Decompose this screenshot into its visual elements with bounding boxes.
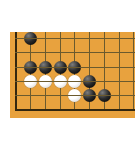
intersection-c2-r4[interactable] [23, 74, 38, 88]
intersection-c6-r4[interactable] [82, 74, 97, 88]
black-stone [83, 75, 96, 88]
intersection-c8-r1[interactable] [112, 32, 127, 46]
black-stone [24, 32, 37, 45]
intersection-c7-r2[interactable] [97, 46, 112, 60]
white-stone [68, 75, 81, 88]
white-stone [54, 75, 67, 88]
intersection-c8-r6[interactable] [112, 103, 127, 117]
intersection-c1-r1[interactable] [10, 32, 23, 46]
intersection-c4-r5[interactable] [53, 89, 68, 103]
intersection-c2-r5[interactable] [23, 89, 38, 103]
intersection-c1-r4[interactable] [10, 74, 23, 88]
intersection-c2-r3[interactable] [23, 60, 38, 74]
black-stone [24, 61, 37, 74]
intersection-c9-r3[interactable] [127, 60, 135, 74]
intersection-c7-r3[interactable] [97, 60, 112, 74]
intersection-c9-r5[interactable] [127, 89, 135, 103]
intersection-c3-r3[interactable] [38, 60, 53, 74]
intersection-c5-r1[interactable] [68, 32, 83, 46]
black-stone [83, 89, 96, 102]
black-stone [39, 61, 52, 74]
intersection-c3-r1[interactable] [38, 32, 53, 46]
intersection-c2-r6[interactable] [23, 103, 38, 117]
white-stone [24, 75, 37, 88]
intersection-c5-r4[interactable] [68, 74, 83, 88]
intersection-c5-r3[interactable] [68, 60, 83, 74]
intersection-c5-r2[interactable] [68, 46, 83, 60]
intersection-c4-r4[interactable] [53, 74, 68, 88]
intersection-c7-r6[interactable] [97, 103, 112, 117]
intersection-c7-r4[interactable] [97, 74, 112, 88]
intersection-c6-r1[interactable] [82, 32, 97, 46]
go-board-grid [10, 32, 135, 117]
intersection-c8-r4[interactable] [112, 74, 127, 88]
black-stone [98, 89, 111, 102]
intersection-c6-r5[interactable] [82, 89, 97, 103]
intersection-c7-r5[interactable] [97, 89, 112, 103]
intersection-c4-r1[interactable] [53, 32, 68, 46]
intersection-c4-r6[interactable] [53, 103, 68, 117]
intersection-c7-r1[interactable] [97, 32, 112, 46]
intersection-c9-r2[interactable] [127, 46, 135, 60]
intersection-c2-r1[interactable] [23, 32, 38, 46]
intersection-c1-r5[interactable] [10, 89, 23, 103]
intersection-c3-r4[interactable] [38, 74, 53, 88]
intersection-c1-r2[interactable] [10, 46, 23, 60]
intersection-c8-r3[interactable] [112, 60, 127, 74]
intersection-c2-r2[interactable] [23, 46, 38, 60]
intersection-c4-r2[interactable] [53, 46, 68, 60]
white-stone [39, 75, 52, 88]
intersection-c1-r3[interactable] [10, 60, 23, 74]
go-board [10, 32, 135, 118]
intersection-c9-r1[interactable] [127, 32, 135, 46]
intersection-c8-r2[interactable] [112, 46, 127, 60]
intersection-c6-r3[interactable] [82, 60, 97, 74]
intersection-c3-r6[interactable] [38, 103, 53, 117]
intersection-c6-r6[interactable] [82, 103, 97, 117]
white-stone [68, 89, 81, 102]
intersection-c6-r2[interactable] [82, 46, 97, 60]
intersection-c9-r6[interactable] [127, 103, 135, 117]
intersection-c8-r5[interactable] [112, 89, 127, 103]
intersection-c5-r5[interactable] [68, 89, 83, 103]
black-stone [54, 61, 67, 74]
intersection-c5-r6[interactable] [68, 103, 83, 117]
page-background [0, 0, 140, 150]
intersection-c1-r6[interactable] [10, 103, 23, 117]
intersection-c3-r2[interactable] [38, 46, 53, 60]
intersection-c9-r4[interactable] [127, 74, 135, 88]
black-stone [68, 61, 81, 74]
intersection-c3-r5[interactable] [38, 89, 53, 103]
intersection-c4-r3[interactable] [53, 60, 68, 74]
